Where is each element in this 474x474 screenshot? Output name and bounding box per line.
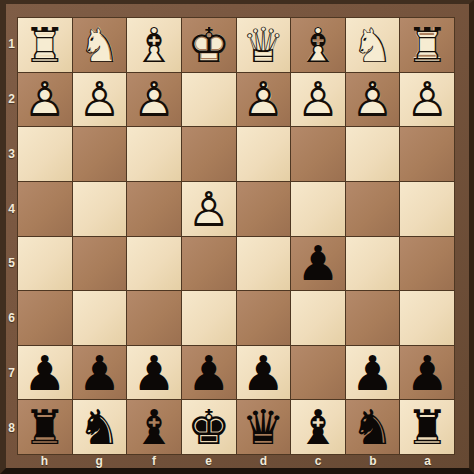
- square-a7[interactable]: ♟: [400, 346, 454, 400]
- square-d2[interactable]: ♟♙: [237, 73, 291, 127]
- square-d3[interactable]: [237, 127, 291, 181]
- black-pawn[interactable]: ♟: [346, 346, 400, 400]
- black-pawn-glyph: ♟: [346, 346, 400, 400]
- square-a4[interactable]: [400, 182, 454, 236]
- white-pawn-outline: ♙: [127, 73, 181, 127]
- black-pawn[interactable]: ♟: [18, 346, 72, 400]
- square-g2[interactable]: ♟♙: [73, 73, 127, 127]
- square-h8[interactable]: ♜: [18, 400, 72, 454]
- white-rook[interactable]: ♜♖: [400, 18, 454, 72]
- square-g6[interactable]: [73, 291, 127, 345]
- white-queen[interactable]: ♛♕: [237, 18, 291, 72]
- square-e2[interactable]: [182, 73, 236, 127]
- black-rook[interactable]: ♜: [18, 400, 72, 454]
- square-c5[interactable]: ♟: [291, 237, 345, 291]
- square-e1[interactable]: ♚♔: [182, 18, 236, 72]
- square-d7[interactable]: ♟: [237, 346, 291, 400]
- square-h2[interactable]: ♟♙: [18, 73, 72, 127]
- square-b1[interactable]: ♞♘: [346, 18, 400, 72]
- file-label-g: g: [72, 455, 127, 468]
- white-rook[interactable]: ♜♖: [18, 18, 72, 72]
- square-h3[interactable]: [18, 127, 72, 181]
- white-rook-outline: ♖: [400, 18, 454, 72]
- square-d8[interactable]: ♛: [237, 400, 291, 454]
- square-g7[interactable]: ♟: [73, 346, 127, 400]
- white-pawn[interactable]: ♟♙: [18, 73, 72, 127]
- file-label-row: hgfedcba: [17, 455, 455, 468]
- rank-label-7: 7: [6, 346, 17, 401]
- black-pawn-glyph: ♟: [182, 346, 236, 400]
- square-c8[interactable]: ♝: [291, 400, 345, 454]
- square-h5[interactable]: [18, 237, 72, 291]
- white-pawn-outline: ♙: [346, 73, 400, 127]
- white-knight[interactable]: ♞♘: [346, 18, 400, 72]
- white-queen-outline: ♕: [237, 18, 291, 72]
- black-pawn-glyph: ♟: [18, 346, 72, 400]
- square-b5[interactable]: [346, 237, 400, 291]
- file-label-e: e: [181, 455, 236, 468]
- square-b4[interactable]: [346, 182, 400, 236]
- rank-label-1: 1: [6, 17, 17, 72]
- square-e4[interactable]: ♟♙: [182, 182, 236, 236]
- square-a6[interactable]: [400, 291, 454, 345]
- square-d6[interactable]: [237, 291, 291, 345]
- square-e7[interactable]: ♟: [182, 346, 236, 400]
- white-knight-outline: ♘: [73, 18, 127, 72]
- black-pawn[interactable]: ♟: [237, 346, 291, 400]
- square-e3[interactable]: [182, 127, 236, 181]
- white-bishop-outline: ♗: [291, 18, 345, 72]
- black-pawn[interactable]: ♟: [400, 346, 454, 400]
- black-knight-glyph: ♞: [73, 400, 127, 454]
- white-pawn[interactable]: ♟♙: [291, 73, 345, 127]
- black-knight[interactable]: ♞: [73, 400, 127, 454]
- black-pawn-glyph: ♟: [400, 346, 454, 400]
- square-g5[interactable]: [73, 237, 127, 291]
- square-g4[interactable]: [73, 182, 127, 236]
- file-label-b: b: [346, 455, 401, 468]
- white-pawn-outline: ♙: [73, 73, 127, 127]
- square-f4[interactable]: [127, 182, 181, 236]
- black-knight-glyph: ♞: [346, 400, 400, 454]
- black-pawn-glyph: ♟: [291, 237, 345, 291]
- white-king-outline: ♔: [182, 18, 236, 72]
- square-c4[interactable]: [291, 182, 345, 236]
- white-pawn[interactable]: ♟♙: [237, 73, 291, 127]
- file-label-f: f: [127, 455, 182, 468]
- rank-label-column: 12345678: [6, 17, 17, 455]
- black-rook-glyph: ♜: [400, 400, 454, 454]
- square-e5[interactable]: [182, 237, 236, 291]
- square-b3[interactable]: [346, 127, 400, 181]
- square-f1[interactable]: ♝♗: [127, 18, 181, 72]
- white-pawn-outline: ♙: [18, 73, 72, 127]
- white-bishop-outline: ♗: [127, 18, 181, 72]
- square-b8[interactable]: ♞: [346, 400, 400, 454]
- square-f5[interactable]: [127, 237, 181, 291]
- black-bishop[interactable]: ♝: [127, 400, 181, 454]
- square-d4[interactable]: [237, 182, 291, 236]
- white-pawn-outline: ♙: [400, 73, 454, 127]
- square-f6[interactable]: [127, 291, 181, 345]
- square-g1[interactable]: ♞♘: [73, 18, 127, 72]
- white-knight[interactable]: ♞♘: [73, 18, 127, 72]
- black-king-glyph: ♚: [182, 400, 236, 454]
- rank-label-3: 3: [6, 127, 17, 182]
- square-b2[interactable]: ♟♙: [346, 73, 400, 127]
- white-knight-outline: ♘: [346, 18, 400, 72]
- white-pawn-outline: ♙: [182, 182, 236, 236]
- square-g8[interactable]: ♞: [73, 400, 127, 454]
- square-g3[interactable]: [73, 127, 127, 181]
- black-king[interactable]: ♚: [182, 400, 236, 454]
- square-a8[interactable]: ♜: [400, 400, 454, 454]
- white-pawn[interactable]: ♟♙: [346, 73, 400, 127]
- white-bishop[interactable]: ♝♗: [127, 18, 181, 72]
- black-pawn[interactable]: ♟: [127, 346, 181, 400]
- black-rook-glyph: ♜: [18, 400, 72, 454]
- square-b6[interactable]: [346, 291, 400, 345]
- rank-label-5: 5: [6, 236, 17, 291]
- square-h1[interactable]: ♜♖: [18, 18, 72, 72]
- square-b7[interactable]: ♟: [346, 346, 400, 400]
- file-label-a: a: [400, 455, 455, 468]
- square-a5[interactable]: [400, 237, 454, 291]
- square-h4[interactable]: [18, 182, 72, 236]
- black-pawn[interactable]: ♟: [182, 346, 236, 400]
- white-pawn[interactable]: ♟♙: [400, 73, 454, 127]
- square-f3[interactable]: [127, 127, 181, 181]
- square-f8[interactable]: ♝: [127, 400, 181, 454]
- square-f7[interactable]: ♟: [127, 346, 181, 400]
- white-bishop[interactable]: ♝♗: [291, 18, 345, 72]
- rank-label-2: 2: [6, 72, 17, 127]
- black-knight[interactable]: ♞: [346, 400, 400, 454]
- square-f2[interactable]: ♟♙: [127, 73, 181, 127]
- square-d5[interactable]: [237, 237, 291, 291]
- black-bishop-glyph: ♝: [127, 400, 181, 454]
- square-c7[interactable]: [291, 346, 345, 400]
- square-e8[interactable]: ♚: [182, 400, 236, 454]
- square-h7[interactable]: ♟: [18, 346, 72, 400]
- square-e6[interactable]: [182, 291, 236, 345]
- file-label-d: d: [236, 455, 291, 468]
- black-queen[interactable]: ♛: [237, 400, 291, 454]
- white-pawn[interactable]: ♟♙: [182, 182, 236, 236]
- black-pawn-glyph: ♟: [237, 346, 291, 400]
- white-pawn[interactable]: ♟♙: [73, 73, 127, 127]
- chess-board: ♜♖♞♘♝♗♚♔♛♕♝♗♞♘♜♖♟♙♟♙♟♙♟♙♟♙♟♙♟♙♟♙♟♟♟♟♟♟♟♟…: [17, 17, 455, 455]
- rank-label-4: 4: [6, 181, 17, 236]
- black-pawn[interactable]: ♟: [73, 346, 127, 400]
- square-c2[interactable]: ♟♙: [291, 73, 345, 127]
- rank-label-6: 6: [6, 291, 17, 346]
- black-queen-glyph: ♛: [237, 400, 291, 454]
- square-c6[interactable]: [291, 291, 345, 345]
- square-c1[interactable]: ♝♗: [291, 18, 345, 72]
- rank-label-8: 8: [6, 400, 17, 455]
- file-label-h: h: [17, 455, 72, 468]
- black-rook[interactable]: ♜: [400, 400, 454, 454]
- white-pawn[interactable]: ♟♙: [127, 73, 181, 127]
- square-h6[interactable]: [18, 291, 72, 345]
- board-frame: 12345678 ♜♖♞♘♝♗♚♔♛♕♝♗♞♘♜♖♟♙♟♙♟♙♟♙♟♙♟♙♟♙♟…: [0, 0, 474, 474]
- white-pawn-outline: ♙: [291, 73, 345, 127]
- square-c3[interactable]: [291, 127, 345, 181]
- black-pawn[interactable]: ♟: [291, 237, 345, 291]
- black-pawn-glyph: ♟: [73, 346, 127, 400]
- white-king[interactable]: ♚♔: [182, 18, 236, 72]
- white-rook-outline: ♖: [18, 18, 72, 72]
- file-label-c: c: [291, 455, 346, 468]
- square-a1[interactable]: ♜♖: [400, 18, 454, 72]
- black-pawn-glyph: ♟: [127, 346, 181, 400]
- square-a3[interactable]: [400, 127, 454, 181]
- white-pawn-outline: ♙: [237, 73, 291, 127]
- black-bishop[interactable]: ♝: [291, 400, 345, 454]
- square-a2[interactable]: ♟♙: [400, 73, 454, 127]
- square-d1[interactable]: ♛♕: [237, 18, 291, 72]
- black-bishop-glyph: ♝: [291, 400, 345, 454]
